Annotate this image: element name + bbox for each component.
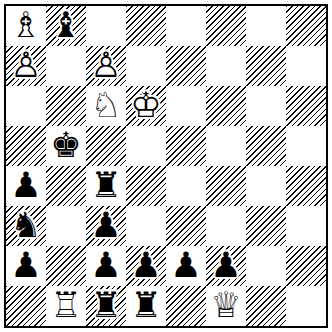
square-b7[interactable] xyxy=(46,46,86,86)
square-d3[interactable] xyxy=(126,206,166,246)
square-a3[interactable]: ♞♞ xyxy=(6,206,46,246)
chess-diagram: ♝♗♝♝♟♙♟♙♞♘♚♔♚♚♟♟♜♜♞♞♟♟♟♟♟♟♟♟♟♟♟♟♜♖♜♜♜♜♛♕ xyxy=(0,0,332,332)
square-c1[interactable]: ♜♜ xyxy=(86,286,126,326)
square-e5[interactable] xyxy=(166,126,206,166)
square-h8[interactable] xyxy=(286,6,326,46)
square-g8[interactable] xyxy=(246,6,286,46)
black-king-icon: ♚♚ xyxy=(46,126,86,166)
piece-glyph: ♟ xyxy=(10,168,41,203)
square-h3[interactable] xyxy=(286,206,326,246)
square-e1[interactable] xyxy=(166,286,206,326)
black-rook-icon: ♜♜ xyxy=(86,286,126,326)
square-b5[interactable]: ♚♚ xyxy=(46,126,86,166)
piece-glyph: ♚ xyxy=(50,128,81,163)
square-b1[interactable]: ♜♖ xyxy=(46,286,86,326)
square-c4[interactable]: ♜♜ xyxy=(86,166,126,206)
piece-glyph: ♕ xyxy=(210,288,241,323)
square-f7[interactable] xyxy=(206,46,246,86)
square-h2[interactable] xyxy=(286,246,326,286)
square-b8[interactable]: ♝♝ xyxy=(46,6,86,46)
black-pawn-icon: ♟♟ xyxy=(166,246,206,286)
square-e2[interactable]: ♟♟ xyxy=(166,246,206,286)
square-g3[interactable] xyxy=(246,206,286,246)
square-b6[interactable] xyxy=(46,86,86,126)
square-f4[interactable] xyxy=(206,166,246,206)
black-pawn-icon: ♟♟ xyxy=(126,246,166,286)
square-f5[interactable] xyxy=(206,126,246,166)
black-pawn-icon: ♟♟ xyxy=(206,246,246,286)
square-f6[interactable] xyxy=(206,86,246,126)
square-c2[interactable]: ♟♟ xyxy=(86,246,126,286)
square-h1[interactable] xyxy=(286,286,326,326)
piece-glyph: ♜ xyxy=(90,288,121,323)
square-b4[interactable] xyxy=(46,166,86,206)
square-d6[interactable]: ♚♔ xyxy=(126,86,166,126)
piece-glyph: ♜ xyxy=(90,168,121,203)
piece-glyph: ♝ xyxy=(50,8,81,43)
square-e3[interactable] xyxy=(166,206,206,246)
square-a2[interactable]: ♟♟ xyxy=(6,246,46,286)
white-king-icon: ♚♔ xyxy=(126,86,166,126)
piece-glyph: ♟ xyxy=(170,248,201,283)
square-h7[interactable] xyxy=(286,46,326,86)
square-f1[interactable]: ♛♕ xyxy=(206,286,246,326)
square-a8[interactable]: ♝♗ xyxy=(6,6,46,46)
piece-glyph: ♟ xyxy=(210,248,241,283)
square-c3[interactable]: ♟♟ xyxy=(86,206,126,246)
piece-glyph: ♟ xyxy=(90,208,121,243)
black-pawn-icon: ♟♟ xyxy=(6,166,46,206)
square-c7[interactable]: ♟♙ xyxy=(86,46,126,86)
square-d2[interactable]: ♟♟ xyxy=(126,246,166,286)
square-a6[interactable] xyxy=(6,86,46,126)
square-d1[interactable]: ♜♜ xyxy=(126,286,166,326)
white-pawn-icon: ♟♙ xyxy=(86,46,126,86)
square-a4[interactable]: ♟♟ xyxy=(6,166,46,206)
square-f8[interactable] xyxy=(206,6,246,46)
white-bishop-icon: ♝♗ xyxy=(6,6,46,46)
square-d7[interactable] xyxy=(126,46,166,86)
square-g1[interactable] xyxy=(246,286,286,326)
square-c8[interactable] xyxy=(86,6,126,46)
square-h6[interactable] xyxy=(286,86,326,126)
square-e7[interactable] xyxy=(166,46,206,86)
black-rook-icon: ♜♜ xyxy=(126,286,166,326)
piece-glyph: ♙ xyxy=(10,48,41,83)
black-knight-icon: ♞♞ xyxy=(6,206,46,246)
piece-glyph: ♟ xyxy=(130,248,161,283)
white-pawn-icon: ♟♙ xyxy=(6,46,46,86)
square-f2[interactable]: ♟♟ xyxy=(206,246,246,286)
square-c6[interactable]: ♞♘ xyxy=(86,86,126,126)
square-g6[interactable] xyxy=(246,86,286,126)
square-d8[interactable] xyxy=(126,6,166,46)
piece-glyph: ♜ xyxy=(130,288,161,323)
black-pawn-icon: ♟♟ xyxy=(6,246,46,286)
white-knight-icon: ♞♘ xyxy=(86,86,126,126)
piece-glyph: ♞ xyxy=(10,208,41,243)
square-a7[interactable]: ♟♙ xyxy=(6,46,46,86)
square-b2[interactable] xyxy=(46,246,86,286)
white-rook-icon: ♜♖ xyxy=(46,286,86,326)
white-queen-icon: ♛♕ xyxy=(206,286,246,326)
square-a5[interactable] xyxy=(6,126,46,166)
black-pawn-icon: ♟♟ xyxy=(86,206,126,246)
square-d4[interactable] xyxy=(126,166,166,206)
piece-glyph: ♔ xyxy=(130,88,161,123)
piece-glyph: ♖ xyxy=(50,288,81,323)
piece-glyph: ♟ xyxy=(90,248,121,283)
square-e8[interactable] xyxy=(166,6,206,46)
square-g7[interactable] xyxy=(246,46,286,86)
square-h5[interactable] xyxy=(286,126,326,166)
square-e6[interactable] xyxy=(166,86,206,126)
square-f3[interactable] xyxy=(206,206,246,246)
square-e4[interactable] xyxy=(166,166,206,206)
chess-board: ♝♗♝♝♟♙♟♙♞♘♚♔♚♚♟♟♜♜♞♞♟♟♟♟♟♟♟♟♟♟♟♟♜♖♜♜♜♜♛♕ xyxy=(6,6,326,326)
board-frame: ♝♗♝♝♟♙♟♙♞♘♚♔♚♚♟♟♜♜♞♞♟♟♟♟♟♟♟♟♟♟♟♟♜♖♜♜♜♜♛♕ xyxy=(4,4,328,328)
black-rook-icon: ♜♜ xyxy=(86,166,126,206)
square-h4[interactable] xyxy=(286,166,326,206)
square-g5[interactable] xyxy=(246,126,286,166)
square-d5[interactable] xyxy=(126,126,166,166)
piece-glyph: ♘ xyxy=(90,88,121,123)
square-g4[interactable] xyxy=(246,166,286,206)
piece-glyph: ♟ xyxy=(10,248,41,283)
black-bishop-icon: ♝♝ xyxy=(46,6,86,46)
black-pawn-icon: ♟♟ xyxy=(86,246,126,286)
square-g2[interactable] xyxy=(246,246,286,286)
piece-glyph: ♗ xyxy=(10,8,41,43)
square-a1[interactable] xyxy=(6,286,46,326)
square-c5[interactable] xyxy=(86,126,126,166)
piece-glyph: ♙ xyxy=(90,48,121,83)
square-b3[interactable] xyxy=(46,206,86,246)
